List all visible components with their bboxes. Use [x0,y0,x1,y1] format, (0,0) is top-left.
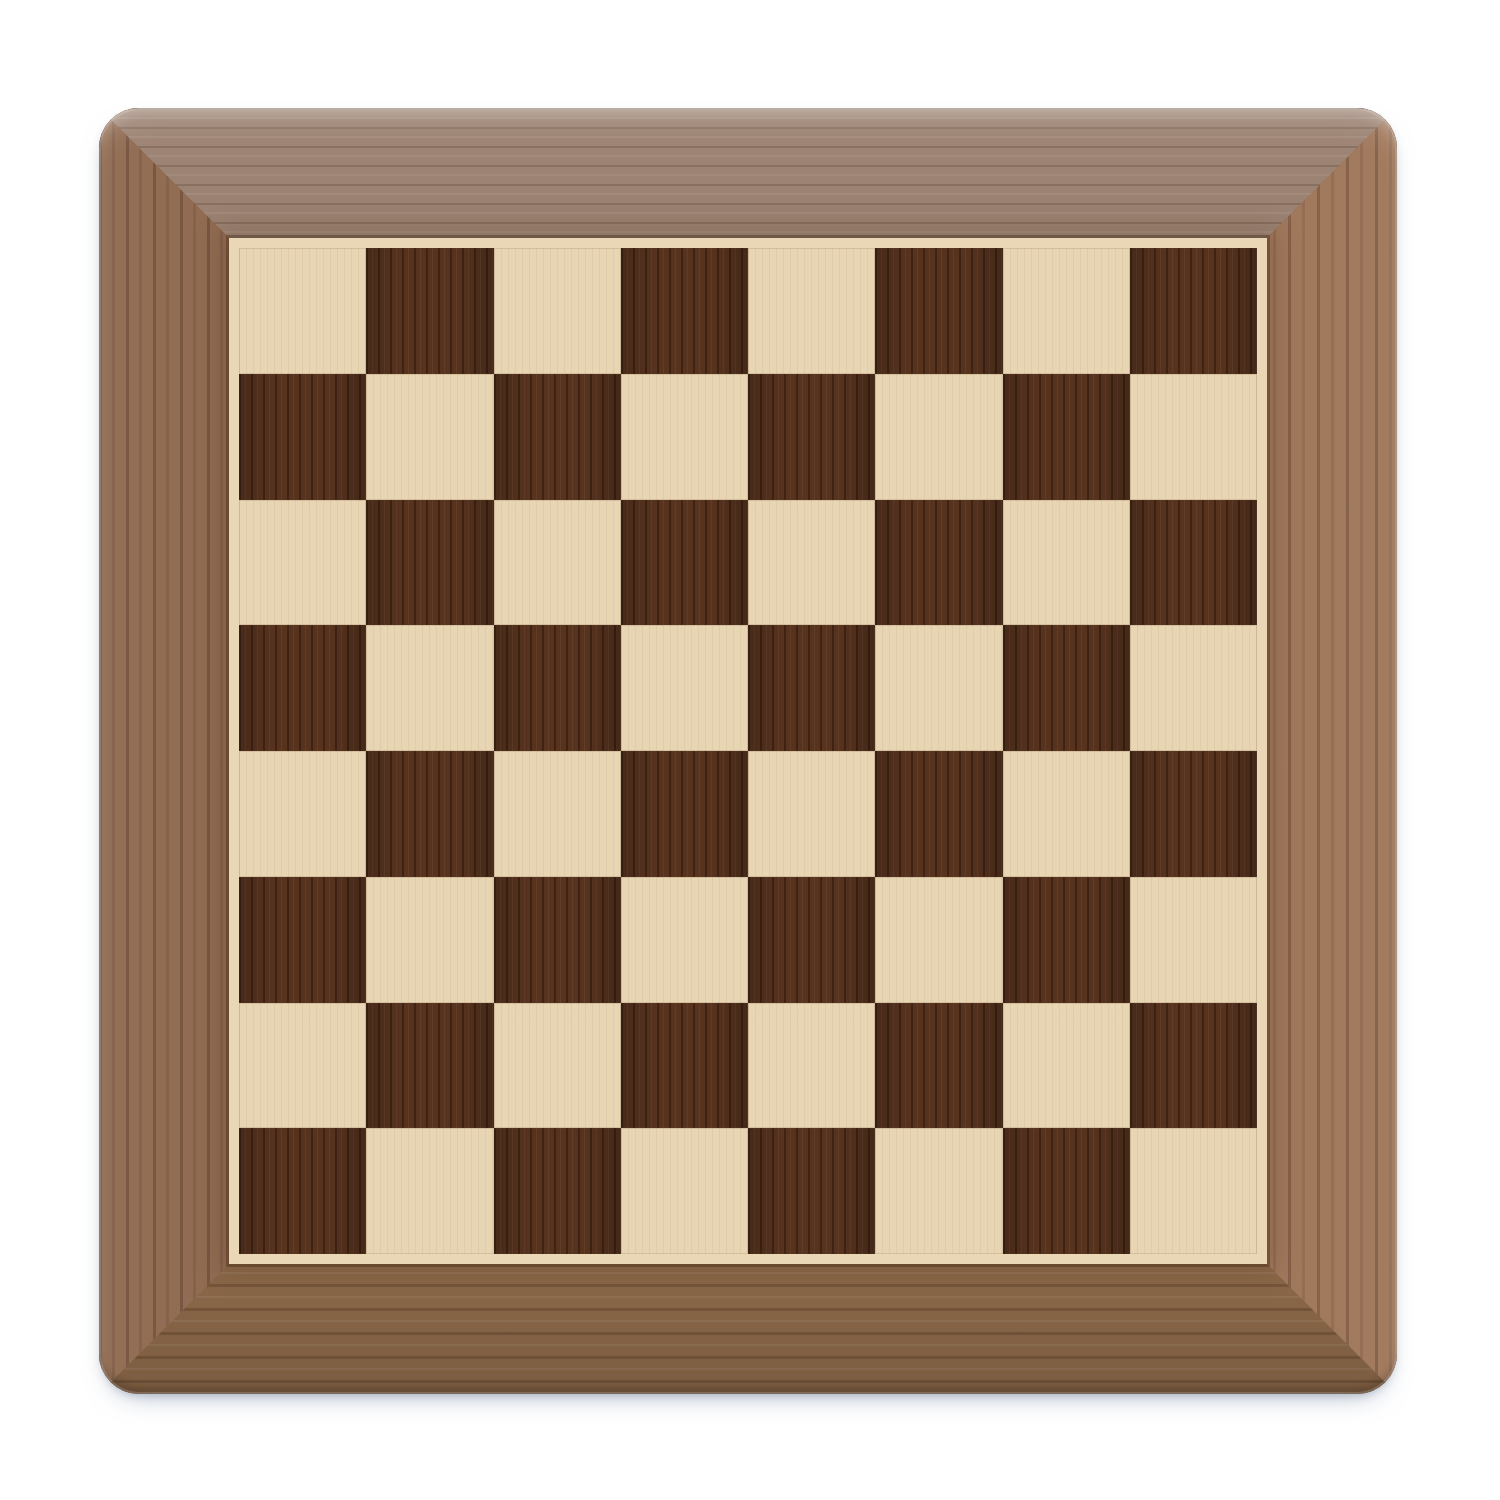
product-photo-background [0,0,1500,1500]
square-g5[interactable] [1003,625,1130,751]
board-inner-maple-border [229,238,1267,1264]
square-c8[interactable] [494,248,621,374]
square-h8[interactable] [1130,248,1257,374]
square-e6[interactable] [748,500,875,626]
square-d1[interactable] [621,1128,748,1254]
square-b6[interactable] [366,500,493,626]
square-a1[interactable] [239,1128,366,1254]
square-d6[interactable] [621,500,748,626]
square-c5[interactable] [494,625,621,751]
square-a2[interactable] [239,1003,366,1129]
square-g1[interactable] [1003,1128,1130,1254]
square-h1[interactable] [1130,1128,1257,1254]
square-b4[interactable] [366,751,493,877]
square-g2[interactable] [1003,1003,1130,1129]
square-f8[interactable] [875,248,1002,374]
square-f6[interactable] [875,500,1002,626]
square-b1[interactable] [366,1128,493,1254]
square-g6[interactable] [1003,500,1130,626]
square-b8[interactable] [366,248,493,374]
square-h4[interactable] [1130,751,1257,877]
square-d5[interactable] [621,625,748,751]
square-a3[interactable] [239,877,366,1003]
square-d2[interactable] [621,1003,748,1129]
square-c3[interactable] [494,877,621,1003]
square-b2[interactable] [366,1003,493,1129]
square-e5[interactable] [748,625,875,751]
square-d7[interactable] [621,374,748,500]
chess-board [99,108,1397,1394]
square-a5[interactable] [239,625,366,751]
square-h7[interactable] [1130,374,1257,500]
board-grid [239,248,1257,1254]
square-c7[interactable] [494,374,621,500]
square-e4[interactable] [748,751,875,877]
square-g7[interactable] [1003,374,1130,500]
square-h5[interactable] [1130,625,1257,751]
square-c6[interactable] [494,500,621,626]
square-c2[interactable] [494,1003,621,1129]
square-a4[interactable] [239,751,366,877]
square-d3[interactable] [621,877,748,1003]
square-f4[interactable] [875,751,1002,877]
square-f2[interactable] [875,1003,1002,1129]
square-a8[interactable] [239,248,366,374]
square-a6[interactable] [239,500,366,626]
square-e8[interactable] [748,248,875,374]
square-a7[interactable] [239,374,366,500]
square-h6[interactable] [1130,500,1257,626]
square-f3[interactable] [875,877,1002,1003]
square-g8[interactable] [1003,248,1130,374]
square-b7[interactable] [366,374,493,500]
square-c1[interactable] [494,1128,621,1254]
square-h2[interactable] [1130,1003,1257,1129]
square-f1[interactable] [875,1128,1002,1254]
square-e7[interactable] [748,374,875,500]
square-e1[interactable] [748,1128,875,1254]
square-h3[interactable] [1130,877,1257,1003]
square-e3[interactable] [748,877,875,1003]
square-b3[interactable] [366,877,493,1003]
square-f7[interactable] [875,374,1002,500]
square-d8[interactable] [621,248,748,374]
square-f5[interactable] [875,625,1002,751]
square-e2[interactable] [748,1003,875,1129]
square-g4[interactable] [1003,751,1130,877]
square-b5[interactable] [366,625,493,751]
square-c4[interactable] [494,751,621,877]
square-d4[interactable] [621,751,748,877]
square-g3[interactable] [1003,877,1130,1003]
